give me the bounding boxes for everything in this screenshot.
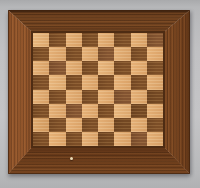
square-f4 xyxy=(114,90,130,104)
square-e7 xyxy=(98,47,114,61)
square-c8 xyxy=(66,33,82,47)
chessboard-grid xyxy=(33,33,163,146)
square-d8 xyxy=(82,33,98,47)
square-h5 xyxy=(147,75,163,89)
square-h6 xyxy=(147,61,163,75)
square-f5 xyxy=(114,75,130,89)
square-a4 xyxy=(33,90,49,104)
square-g5 xyxy=(131,75,147,89)
square-f2 xyxy=(114,118,130,132)
square-e4 xyxy=(98,90,114,104)
photo-background xyxy=(0,0,200,188)
square-d3 xyxy=(82,104,98,118)
square-f8 xyxy=(114,33,130,47)
square-b3 xyxy=(49,104,65,118)
square-e8 xyxy=(98,33,114,47)
square-b2 xyxy=(49,118,65,132)
square-g6 xyxy=(131,61,147,75)
square-b7 xyxy=(49,47,65,61)
square-g7 xyxy=(131,47,147,61)
square-g3 xyxy=(131,104,147,118)
square-b1 xyxy=(49,132,65,146)
square-b4 xyxy=(49,90,65,104)
square-f1 xyxy=(114,132,130,146)
square-h3 xyxy=(147,104,163,118)
square-h4 xyxy=(147,90,163,104)
square-d1 xyxy=(82,132,98,146)
square-a8 xyxy=(33,33,49,47)
square-c6 xyxy=(66,61,82,75)
square-d6 xyxy=(82,61,98,75)
square-e3 xyxy=(98,104,114,118)
square-e2 xyxy=(98,118,114,132)
square-a7 xyxy=(33,47,49,61)
square-h7 xyxy=(147,47,163,61)
square-c2 xyxy=(66,118,82,132)
square-c5 xyxy=(66,75,82,89)
square-g4 xyxy=(131,90,147,104)
square-c4 xyxy=(66,90,82,104)
chessboard-frame xyxy=(8,10,190,174)
nail-speck xyxy=(70,157,73,160)
square-d7 xyxy=(82,47,98,61)
square-e6 xyxy=(98,61,114,75)
square-h2 xyxy=(147,118,163,132)
square-d5 xyxy=(82,75,98,89)
square-h1 xyxy=(147,132,163,146)
square-a2 xyxy=(33,118,49,132)
square-b8 xyxy=(49,33,65,47)
square-g8 xyxy=(131,33,147,47)
square-h8 xyxy=(147,33,163,47)
square-d2 xyxy=(82,118,98,132)
square-e1 xyxy=(98,132,114,146)
square-f3 xyxy=(114,104,130,118)
square-f6 xyxy=(114,61,130,75)
square-c3 xyxy=(66,104,82,118)
square-c1 xyxy=(66,132,82,146)
square-a1 xyxy=(33,132,49,146)
square-a5 xyxy=(33,75,49,89)
square-g1 xyxy=(131,132,147,146)
square-b5 xyxy=(49,75,65,89)
square-g2 xyxy=(131,118,147,132)
square-d4 xyxy=(82,90,98,104)
square-c7 xyxy=(66,47,82,61)
square-e5 xyxy=(98,75,114,89)
square-a3 xyxy=(33,104,49,118)
square-b6 xyxy=(49,61,65,75)
square-f7 xyxy=(114,47,130,61)
square-a6 xyxy=(33,61,49,75)
